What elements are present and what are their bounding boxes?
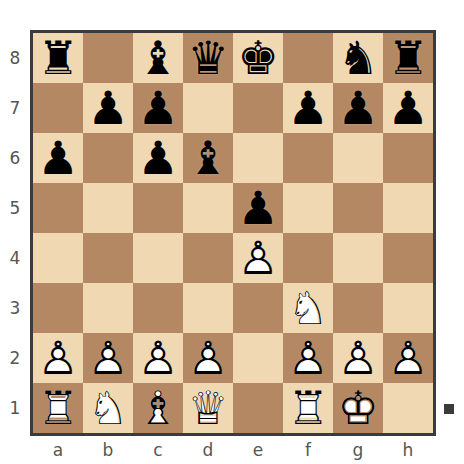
board-frame: ♜♝♛♚♞♜♟♟♟♟♟♟♟♝♟♟♙♞♘♟♙♟♙♟♙♟♙♟♙♟♙♟♙♜♖♞♘♝♗♛… [30, 30, 436, 436]
square-f1[interactable]: ♜♖ [283, 383, 333, 433]
square-e1[interactable] [233, 383, 283, 433]
square-e6[interactable] [233, 133, 283, 183]
rank-label-6: 6 [0, 133, 30, 183]
square-g4[interactable] [333, 233, 383, 283]
square-f7[interactable]: ♟ [283, 83, 333, 133]
piece-white-pawn-fill: ♟ [383, 333, 433, 383]
square-f4[interactable] [283, 233, 333, 283]
square-e5[interactable]: ♟ [233, 183, 283, 233]
turn-indicator [444, 404, 454, 414]
piece-white-pawn-fill: ♟ [83, 333, 133, 383]
square-a6[interactable]: ♟ [33, 133, 83, 183]
piece-black-pawn[interactable]: ♟ [83, 83, 133, 133]
square-c8[interactable]: ♝ [133, 33, 183, 83]
square-e8[interactable]: ♚ [233, 33, 283, 83]
piece-black-rook[interactable]: ♜ [33, 33, 83, 83]
piece-white-pawn[interactable]: ♙ [383, 333, 433, 383]
piece-black-pawn[interactable]: ♟ [283, 83, 333, 133]
piece-black-king[interactable]: ♚ [233, 33, 283, 83]
piece-white-queen-fill: ♛ [183, 383, 233, 433]
piece-black-pawn[interactable]: ♟ [133, 83, 183, 133]
square-h5[interactable] [383, 183, 433, 233]
piece-white-pawn[interactable]: ♙ [33, 333, 83, 383]
square-h8[interactable]: ♜ [383, 33, 433, 83]
piece-white-pawn[interactable]: ♙ [333, 333, 383, 383]
chess-app-canvas: 8 7 6 5 4 3 2 1 ♜♝♛♚♞♜♟♟♟♟♟♟♟♝♟♟♙♞♘♟♙♟♙♟… [0, 0, 464, 464]
piece-white-knight[interactable]: ♘ [283, 283, 333, 333]
piece-white-rook-fill: ♜ [33, 383, 83, 433]
piece-white-knight-fill: ♞ [83, 383, 133, 433]
square-d3[interactable] [183, 283, 233, 333]
square-d2[interactable]: ♟♙ [183, 333, 233, 383]
piece-white-pawn[interactable]: ♙ [83, 333, 133, 383]
piece-white-pawn-fill: ♟ [283, 333, 333, 383]
rank-labels: 8 7 6 5 4 3 2 1 [0, 33, 30, 433]
piece-black-knight[interactable]: ♞ [333, 33, 383, 83]
square-g6[interactable] [333, 133, 383, 183]
piece-white-pawn[interactable]: ♙ [233, 233, 283, 283]
piece-white-knight[interactable]: ♘ [83, 383, 133, 433]
square-d7[interactable] [183, 83, 233, 133]
square-b1[interactable]: ♞♘ [83, 383, 133, 433]
square-b3[interactable] [83, 283, 133, 333]
square-d5[interactable] [183, 183, 233, 233]
square-a4[interactable] [33, 233, 83, 283]
square-h7[interactable]: ♟ [383, 83, 433, 133]
piece-white-rook[interactable]: ♖ [33, 383, 83, 433]
piece-white-rook-fill: ♜ [283, 383, 333, 433]
square-f2[interactable]: ♟♙ [283, 333, 333, 383]
square-c3[interactable] [133, 283, 183, 333]
square-a3[interactable] [33, 283, 83, 333]
file-labels: a b c d e f g h [33, 437, 433, 463]
square-g5[interactable] [333, 183, 383, 233]
square-a5[interactable] [33, 183, 83, 233]
piece-white-pawn-fill: ♟ [183, 333, 233, 383]
piece-white-bishop-fill: ♝ [133, 383, 183, 433]
square-b5[interactable] [83, 183, 133, 233]
square-e3[interactable] [233, 283, 283, 333]
square-h2[interactable]: ♟♙ [383, 333, 433, 383]
file-label-h: h [383, 437, 433, 463]
rank-label-3: 3 [0, 283, 30, 333]
piece-white-rook[interactable]: ♖ [283, 383, 333, 433]
rank-label-4: 4 [0, 233, 30, 283]
square-g2[interactable]: ♟♙ [333, 333, 383, 383]
square-d6[interactable]: ♝ [183, 133, 233, 183]
file-label-c: c [133, 437, 183, 463]
square-b8[interactable] [83, 33, 133, 83]
square-e2[interactable] [233, 333, 283, 383]
file-label-g: g [333, 437, 383, 463]
rank-label-8: 8 [0, 33, 30, 83]
square-g8[interactable]: ♞ [333, 33, 383, 83]
square-d4[interactable] [183, 233, 233, 283]
square-d1[interactable]: ♛♕ [183, 383, 233, 433]
piece-black-pawn[interactable]: ♟ [233, 183, 283, 233]
square-h3[interactable] [383, 283, 433, 333]
square-e4[interactable]: ♟♙ [233, 233, 283, 283]
square-g7[interactable]: ♟ [333, 83, 383, 133]
square-b7[interactable]: ♟ [83, 83, 133, 133]
piece-white-pawn-fill: ♟ [333, 333, 383, 383]
piece-white-queen[interactable]: ♕ [183, 383, 233, 433]
square-c7[interactable]: ♟ [133, 83, 183, 133]
square-b6[interactable] [83, 133, 133, 183]
square-b4[interactable] [83, 233, 133, 283]
square-e7[interactable] [233, 83, 283, 133]
square-f8[interactable] [283, 33, 333, 83]
square-g1[interactable]: ♚♔ [333, 383, 383, 433]
piece-white-bishop[interactable]: ♗ [133, 383, 183, 433]
piece-white-pawn[interactable]: ♙ [283, 333, 333, 383]
square-a2[interactable]: ♟♙ [33, 333, 83, 383]
chess-board[interactable]: ♜♝♛♚♞♜♟♟♟♟♟♟♟♝♟♟♙♞♘♟♙♟♙♟♙♟♙♟♙♟♙♟♙♜♖♞♘♝♗♛… [33, 33, 433, 433]
file-label-f: f [283, 437, 333, 463]
square-h6[interactable] [383, 133, 433, 183]
square-c4[interactable] [133, 233, 183, 283]
piece-black-queen[interactable]: ♛ [183, 33, 233, 83]
square-h4[interactable] [383, 233, 433, 283]
piece-black-pawn[interactable]: ♟ [333, 83, 383, 133]
square-b2[interactable]: ♟♙ [83, 333, 133, 383]
square-a8[interactable]: ♜ [33, 33, 83, 83]
piece-black-pawn[interactable]: ♟ [383, 83, 433, 133]
rank-label-7: 7 [0, 83, 30, 133]
piece-black-pawn[interactable]: ♟ [33, 133, 83, 183]
file-label-d: d [183, 437, 233, 463]
piece-white-pawn[interactable]: ♙ [183, 333, 233, 383]
rank-label-5: 5 [0, 183, 30, 233]
piece-black-rook[interactable]: ♜ [383, 33, 433, 83]
piece-white-king[interactable]: ♔ [333, 383, 383, 433]
square-d8[interactable]: ♛ [183, 33, 233, 83]
piece-black-pawn[interactable]: ♟ [133, 133, 183, 183]
piece-white-pawn[interactable]: ♙ [133, 333, 183, 383]
square-c1[interactable]: ♝♗ [133, 383, 183, 433]
piece-white-knight-fill: ♞ [283, 283, 333, 333]
square-f3[interactable]: ♞♘ [283, 283, 333, 333]
piece-white-pawn-fill: ♟ [33, 333, 83, 383]
square-c2[interactable]: ♟♙ [133, 333, 183, 383]
rank-label-1: 1 [0, 383, 30, 433]
rank-label-2: 2 [0, 333, 30, 383]
square-c6[interactable]: ♟ [133, 133, 183, 183]
file-label-a: a [33, 437, 83, 463]
square-g3[interactable] [333, 283, 383, 333]
piece-black-bishop[interactable]: ♝ [133, 33, 183, 83]
piece-white-pawn-fill: ♟ [133, 333, 183, 383]
square-a7[interactable] [33, 83, 83, 133]
piece-white-king-fill: ♚ [333, 383, 383, 433]
square-f6[interactable] [283, 133, 333, 183]
square-a1[interactable]: ♜♖ [33, 383, 83, 433]
piece-black-bishop[interactable]: ♝ [183, 133, 233, 183]
file-label-b: b [83, 437, 133, 463]
piece-white-pawn-fill: ♟ [233, 233, 283, 283]
square-h1[interactable] [383, 383, 433, 433]
square-f5[interactable] [283, 183, 333, 233]
file-label-e: e [233, 437, 283, 463]
square-c5[interactable] [133, 183, 183, 233]
